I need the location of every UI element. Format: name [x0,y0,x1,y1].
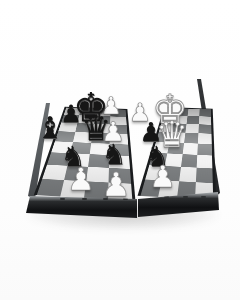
frame-latch-mark [183,196,188,198]
piece-white-pawn-f1[interactable]: ♟ [141,162,185,192]
piece-white-pawn-d1[interactable]: ♟ [94,168,138,201]
square-h4[interactable] [197,143,212,155]
frame-latch-mark [82,198,87,200]
piece-black-bishop-a4[interactable]: ♝ [28,113,72,143]
product-photo-scene: ♟♟♚♟♚♝♛♟♟♛♞♞♞♟♟♟ [0,0,240,300]
square-h2[interactable] [196,167,213,183]
square-h5[interactable] [198,133,212,144]
frame-latch-mark [201,196,206,198]
frame-latch-mark [60,198,65,200]
square-h3[interactable] [196,155,212,169]
